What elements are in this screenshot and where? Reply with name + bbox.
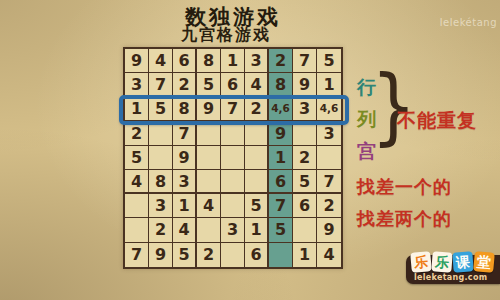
cell-r1c6: 3 xyxy=(245,49,269,73)
cell-r5c6 xyxy=(245,146,269,170)
brace-glyph: } xyxy=(371,59,416,153)
cell-r5c5 xyxy=(221,146,245,170)
cell-r5c8: 2 xyxy=(293,146,317,170)
cell-r1c3: 6 xyxy=(173,49,197,73)
cell-r9c9: 4 xyxy=(317,243,341,267)
cell-r3c3: 8 xyxy=(173,97,197,121)
cell-r7c4: 4 xyxy=(197,194,221,218)
cell-r2c9: 1 xyxy=(317,73,341,97)
logo-char-3: 课 xyxy=(452,251,473,272)
cell-r7c5 xyxy=(221,194,245,218)
cell-r6c4 xyxy=(197,170,221,194)
cell-r9c6: 6 xyxy=(245,243,269,267)
logo-char-4: 堂 xyxy=(473,251,495,273)
cell-r6c6 xyxy=(245,170,269,194)
cell-r3c2: 5 xyxy=(149,97,173,121)
cell-r3c4: 9 xyxy=(197,97,221,121)
cell-r5c1: 5 xyxy=(125,146,149,170)
logo-tiles: 乐 乐 课 堂 xyxy=(411,252,494,272)
cell-r4c9: 3 xyxy=(317,122,341,146)
cell-r4c3: 7 xyxy=(173,122,197,146)
rule-no-repeat: 不能重复 xyxy=(397,108,477,134)
cell-r1c4: 8 xyxy=(197,49,221,73)
cell-r7c7: 7 xyxy=(269,194,293,218)
cell-r8c4 xyxy=(197,218,221,242)
cell-r9c4: 2 xyxy=(197,243,221,267)
cell-r4c2 xyxy=(149,122,173,146)
cell-r1c7: 2 xyxy=(269,49,293,73)
cell-r5c7: 1 xyxy=(269,146,293,170)
cell-r5c3: 9 xyxy=(173,146,197,170)
cell-r2c4: 5 xyxy=(197,73,221,97)
cell-r2c3: 2 xyxy=(173,73,197,97)
cell-r1c2: 4 xyxy=(149,49,173,73)
cell-r8c8 xyxy=(293,218,317,242)
cell-r7c2: 3 xyxy=(149,194,173,218)
cell-r2c7: 8 xyxy=(269,73,293,97)
logo-char-2: 乐 xyxy=(431,251,452,272)
cell-r4c5 xyxy=(221,122,245,146)
cell-r6c1: 4 xyxy=(125,170,149,194)
cell-r4c4 xyxy=(197,122,221,146)
cell-r7c8: 6 xyxy=(293,194,317,218)
cell-r3c6: 2 xyxy=(245,97,269,121)
leleketang-logo: 乐 乐 课 堂 leleketang.com xyxy=(406,255,500,284)
sudoku-board: 9468132753725648911589724,634,6279359124… xyxy=(123,47,343,269)
cell-r5c2 xyxy=(149,146,173,170)
cell-r6c5 xyxy=(221,170,245,194)
cell-r3c5: 7 xyxy=(221,97,245,121)
cell-r4c7: 9 xyxy=(269,122,293,146)
cell-r5c4 xyxy=(197,146,221,170)
cell-r7c1 xyxy=(125,194,149,218)
cell-r8c6: 1 xyxy=(245,218,269,242)
cell-r6c2: 8 xyxy=(149,170,173,194)
cell-r1c8: 7 xyxy=(293,49,317,73)
cell-r2c6: 4 xyxy=(245,73,269,97)
cell-r9c5 xyxy=(221,243,245,267)
cell-r4c8 xyxy=(293,122,317,146)
cell-r8c1 xyxy=(125,218,149,242)
cell-r9c7 xyxy=(269,243,293,267)
cell-r8c7: 5 xyxy=(269,218,293,242)
cell-r4c1: 2 xyxy=(125,122,149,146)
cell-r6c3: 3 xyxy=(173,170,197,194)
cell-r3c9: 4,6 xyxy=(317,97,341,121)
cell-r2c8: 9 xyxy=(293,73,317,97)
cell-r9c1: 7 xyxy=(125,243,149,267)
cell-r9c2: 9 xyxy=(149,243,173,267)
cell-r6c9: 7 xyxy=(317,170,341,194)
cell-r8c9: 9 xyxy=(317,218,341,242)
cell-r3c1: 1 xyxy=(125,97,149,121)
cell-r1c1: 9 xyxy=(125,49,149,73)
cell-r6c8: 5 xyxy=(293,170,317,194)
page-subtitle: 九宫格游戏 xyxy=(0,25,452,46)
cell-r2c1: 3 xyxy=(125,73,149,97)
cell-r2c5: 6 xyxy=(221,73,245,97)
cell-r8c3: 4 xyxy=(173,218,197,242)
cell-r9c8: 1 xyxy=(293,243,317,267)
cell-r7c9: 2 xyxy=(317,194,341,218)
logo-char-1: 乐 xyxy=(410,251,432,273)
cell-r9c3: 5 xyxy=(173,243,197,267)
cell-r8c5: 3 xyxy=(221,218,245,242)
cell-r7c6: 5 xyxy=(245,194,269,218)
cell-r1c9: 5 xyxy=(317,49,341,73)
tip-find-one-missing: 找差一个的 xyxy=(357,175,452,199)
cell-r2c2: 7 xyxy=(149,73,173,97)
cell-r3c8: 3 xyxy=(293,97,317,121)
watermark-text: lelekétang xyxy=(440,17,497,28)
cell-r5c9 xyxy=(317,146,341,170)
tip-find-two-missing: 找差两个的 xyxy=(357,207,452,231)
cell-r3c7: 4,6 xyxy=(269,97,293,121)
logo-url: leleketang.com xyxy=(414,273,487,282)
cell-r1c5: 1 xyxy=(221,49,245,73)
cell-r8c2: 2 xyxy=(149,218,173,242)
cell-r6c7: 6 xyxy=(269,170,293,194)
cell-r4c6 xyxy=(245,122,269,146)
cell-r7c3: 1 xyxy=(173,194,197,218)
tutorial-frame: 数独游戏 九宫格游戏 lelekétang 946813275372564891… xyxy=(0,0,500,300)
